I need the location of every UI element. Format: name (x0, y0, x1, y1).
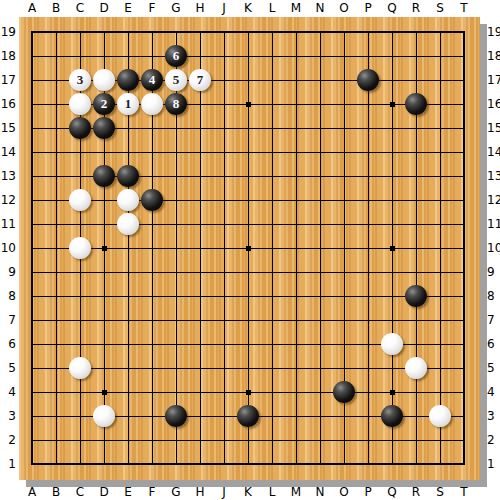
coord-label-left: 14 (0, 145, 16, 159)
grid-line-vertical (272, 32, 273, 465)
coord-label-bottom: O (332, 485, 356, 499)
coord-label-right: 14 (487, 145, 500, 159)
coord-label-top: M (284, 1, 308, 15)
stone-white-C10[interactable] (69, 237, 91, 259)
coord-label-right: 9 (487, 265, 500, 279)
stone-black-G16[interactable]: 8 (165, 93, 187, 115)
stone-black-F17[interactable]: 4 (141, 69, 163, 91)
coord-label-top: E (116, 1, 140, 15)
stone-black-D16[interactable]: 2 (93, 93, 115, 115)
coord-label-top: R (404, 1, 428, 15)
coord-label-top: P (356, 1, 380, 15)
coord-label-right: 17 (487, 73, 500, 87)
coord-label-right: 15 (487, 121, 500, 135)
coord-label-left: 16 (0, 97, 16, 111)
star-point (246, 102, 251, 107)
stone-white-S3[interactable] (429, 405, 451, 427)
coord-label-top: J (212, 1, 236, 15)
coord-label-left: 3 (0, 409, 16, 423)
stone-black-G18[interactable]: 6 (165, 45, 187, 67)
coord-label-left: 7 (0, 313, 16, 327)
coord-label-right: 3 (487, 409, 500, 423)
stone-black-R16[interactable] (405, 93, 427, 115)
coord-label-left: 2 (0, 433, 16, 447)
stone-white-D17[interactable] (93, 69, 115, 91)
coord-label-bottom: H (188, 485, 212, 499)
star-point (102, 390, 107, 395)
coord-label-bottom: N (308, 485, 332, 499)
move-number: 7 (197, 69, 204, 91)
grid-line-horizontal (32, 320, 465, 321)
coord-label-left: 10 (0, 241, 16, 255)
grid-line-vertical (440, 32, 441, 465)
stone-white-C16[interactable] (69, 93, 91, 115)
star-point (390, 102, 395, 107)
grid-line-vertical (368, 32, 369, 465)
move-number: 5 (173, 69, 180, 91)
move-number: 6 (173, 45, 180, 67)
coord-label-bottom: E (116, 485, 140, 499)
star-point (102, 246, 107, 251)
stone-black-P17[interactable] (357, 69, 379, 91)
coord-label-right: 2 (487, 433, 500, 447)
stone-white-C5[interactable] (69, 357, 91, 379)
stone-white-C17[interactable]: 3 (69, 69, 91, 91)
stone-black-E17[interactable] (117, 69, 139, 91)
coord-label-bottom: B (44, 485, 68, 499)
coord-label-bottom: L (260, 485, 284, 499)
coord-label-left: 18 (0, 49, 16, 63)
grid-line-horizontal (32, 440, 465, 441)
coord-label-right: 19 (487, 25, 500, 39)
go-board-diagram: AABBCCDDEEFFGGHHJJKKLLMMNNOOPPQQRRSSTT19… (0, 0, 500, 500)
move-number: 3 (77, 69, 84, 91)
stone-white-D3[interactable] (93, 405, 115, 427)
stone-white-R5[interactable] (405, 357, 427, 379)
coord-label-top: B (44, 1, 68, 15)
coord-label-left: 13 (0, 169, 16, 183)
coord-label-top: G (164, 1, 188, 15)
coord-label-right: 1 (487, 457, 500, 471)
coord-label-top: C (68, 1, 92, 15)
stone-black-D13[interactable] (93, 165, 115, 187)
coord-label-top: L (260, 1, 284, 15)
stone-black-G3[interactable] (165, 405, 187, 427)
coord-label-right: 7 (487, 313, 500, 327)
coord-label-bottom: R (404, 485, 428, 499)
coord-label-left: 11 (0, 217, 16, 231)
coord-label-bottom: J (212, 485, 236, 499)
star-point (390, 246, 395, 251)
stone-white-Q6[interactable] (381, 333, 403, 355)
coord-label-left: 1 (0, 457, 16, 471)
stone-white-G17[interactable]: 5 (165, 69, 187, 91)
stone-black-R8[interactable] (405, 285, 427, 307)
coord-label-bottom: S (428, 485, 452, 499)
coord-label-right: 4 (487, 385, 500, 399)
coord-label-left: 19 (0, 25, 16, 39)
coord-label-left: 15 (0, 121, 16, 135)
coord-label-top: A (20, 1, 44, 15)
coord-label-top: O (332, 1, 356, 15)
stone-black-C15[interactable] (69, 117, 91, 139)
stone-black-D15[interactable] (93, 117, 115, 139)
coord-label-top: H (188, 1, 212, 15)
star-point (246, 246, 251, 251)
coord-label-right: 10 (487, 241, 500, 255)
star-point (390, 390, 395, 395)
stone-white-H17[interactable]: 7 (189, 69, 211, 91)
coord-label-left: 12 (0, 193, 16, 207)
coord-label-right: 11 (487, 217, 500, 231)
star-point (246, 390, 251, 395)
stone-black-O4[interactable] (333, 381, 355, 403)
coord-label-right: 18 (487, 49, 500, 63)
coord-label-right: 16 (487, 97, 500, 111)
coord-label-bottom: A (20, 485, 44, 499)
move-number: 4 (149, 69, 156, 91)
coord-label-bottom: D (92, 485, 116, 499)
stone-white-C12[interactable] (69, 189, 91, 211)
coord-label-bottom: Q (380, 485, 404, 499)
coord-label-left: 5 (0, 361, 16, 375)
grid-line-horizontal (32, 368, 465, 369)
move-number: 2 (101, 93, 108, 115)
coord-label-right: 12 (487, 193, 500, 207)
coord-label-right: 6 (487, 337, 500, 351)
coord-label-top: T (452, 1, 476, 15)
coord-label-left: 9 (0, 265, 16, 279)
grid-line-vertical (296, 32, 297, 465)
coord-label-left: 8 (0, 289, 16, 303)
stone-white-E16[interactable]: 1 (117, 93, 139, 115)
coord-label-top: D (92, 1, 116, 15)
coord-label-bottom: P (356, 485, 380, 499)
coord-label-top: K (236, 1, 260, 15)
coord-label-right: 8 (487, 289, 500, 303)
coord-label-bottom: T (452, 485, 476, 499)
coord-label-left: 17 (0, 73, 16, 87)
coord-label-bottom: C (68, 485, 92, 499)
coord-label-right: 13 (487, 169, 500, 183)
coord-label-left: 6 (0, 337, 16, 351)
coord-label-bottom: K (236, 485, 260, 499)
coord-label-bottom: M (284, 485, 308, 499)
stone-black-F12[interactable] (141, 189, 163, 211)
coord-label-top: Q (380, 1, 404, 15)
move-number: 8 (173, 93, 180, 115)
stone-white-F16[interactable] (141, 93, 163, 115)
grid-line-horizontal (32, 296, 465, 297)
stone-white-E11[interactable] (117, 213, 139, 235)
coord-label-bottom: F (140, 485, 164, 499)
stone-white-E12[interactable] (117, 189, 139, 211)
coord-label-top: N (308, 1, 332, 15)
coord-label-right: 5 (487, 361, 500, 375)
grid-line-horizontal (32, 272, 465, 273)
stone-black-Q3[interactable] (381, 405, 403, 427)
stone-black-K3[interactable] (237, 405, 259, 427)
stone-black-E13[interactable] (117, 165, 139, 187)
coord-label-top: S (428, 1, 452, 15)
coord-label-left: 4 (0, 385, 16, 399)
move-number: 1 (125, 93, 132, 115)
grid-line-vertical (320, 32, 321, 465)
coord-label-bottom: G (164, 485, 188, 499)
coord-label-top: F (140, 1, 164, 15)
